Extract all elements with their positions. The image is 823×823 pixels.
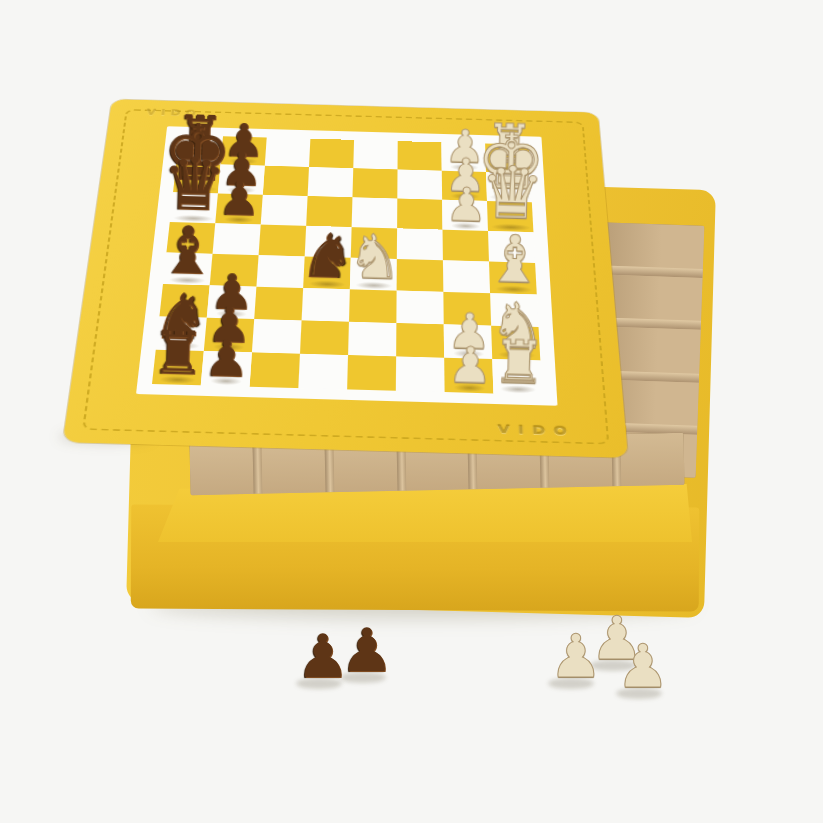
tray-compartment [597, 222, 704, 269]
square-a6[interactable] [265, 137, 311, 167]
piece-wP-h2[interactable]: ♟ [447, 340, 493, 391]
square-f6[interactable] [254, 287, 303, 321]
square-c7[interactable]: ♟ [215, 193, 263, 224]
piece-bR-h8[interactable]: ♜ [150, 323, 204, 383]
piece-bP-h7[interactable]: ♟ [203, 333, 249, 384]
board-grid: ♜♟♟♜♚♟♟♚♛♟♟♛♝♞♞♝♟♞♟♟♞♜♟♟♜ [152, 135, 542, 395]
square-b3[interactable] [397, 169, 442, 199]
square-c3[interactable] [397, 198, 442, 229]
piece-wR-h1[interactable]: ♜ [491, 332, 545, 392]
tray-compartment [190, 442, 254, 495]
piece-bB-e8[interactable]: ♝ [157, 217, 217, 284]
tray-compartment [621, 433, 685, 486]
square-b4[interactable] [352, 168, 397, 198]
piece-wB-e1[interactable]: ♝ [484, 226, 544, 293]
square-d6[interactable] [259, 225, 307, 257]
square-h2[interactable]: ♟ [444, 358, 493, 394]
square-h8[interactable]: ♜ [152, 350, 204, 386]
piece-wN-e4[interactable]: ♞ [346, 226, 402, 288]
chess-board: VIDO VIDO ♜♟♟♜♚♟♟♚♛♟♟♛♝♞♞♝♟♞♟♟♞♜♟♟♜ [63, 99, 628, 458]
square-e3[interactable] [397, 259, 444, 292]
square-h5[interactable] [298, 354, 348, 390]
square-g6[interactable] [252, 319, 302, 354]
square-e4[interactable]: ♞ [350, 258, 397, 291]
captured-pawn-dark[interactable]: ♟ [340, 620, 394, 680]
board-leather-surface: VIDO VIDO ♜♟♟♜♚♟♟♚♛♟♟♛♝♞♞♝♟♞♟♟♞♜♟♟♜ [63, 99, 628, 458]
square-e2[interactable] [443, 260, 490, 293]
square-g3[interactable] [396, 323, 444, 358]
piece-wQ-c1[interactable]: ♛ [478, 157, 544, 231]
square-h6[interactable] [250, 352, 300, 388]
square-h1[interactable]: ♜ [492, 359, 542, 395]
square-e5[interactable]: ♞ [303, 256, 351, 289]
checker-white-frame: ♜♟♟♜♚♟♟♚♛♟♟♛♝♞♞♝♟♞♟♟♞♜♟♟♜ [136, 126, 558, 406]
captured-pawn-light[interactable]: ♟ [616, 636, 670, 696]
square-g4[interactable] [348, 322, 396, 357]
square-g5[interactable] [300, 320, 349, 355]
square-c6[interactable] [261, 195, 308, 226]
piece-bP-c7[interactable]: ♟ [217, 175, 260, 223]
square-d3[interactable] [397, 228, 443, 260]
square-b6[interactable] [263, 166, 309, 196]
square-e6[interactable] [256, 255, 304, 288]
square-h7[interactable]: ♟ [201, 351, 252, 387]
square-h4[interactable] [347, 355, 396, 391]
piece-bQ-c8[interactable]: ♛ [161, 148, 227, 222]
square-d2[interactable] [443, 230, 489, 262]
square-d7[interactable] [213, 223, 261, 255]
square-h3[interactable] [396, 356, 445, 392]
product-scene: VIDO VIDO ♜♟♟♜♚♟♟♚♛♟♟♛♝♞♞♝♟♞♟♟♞♜♟♟♜ ♟ ♟ … [0, 0, 823, 823]
